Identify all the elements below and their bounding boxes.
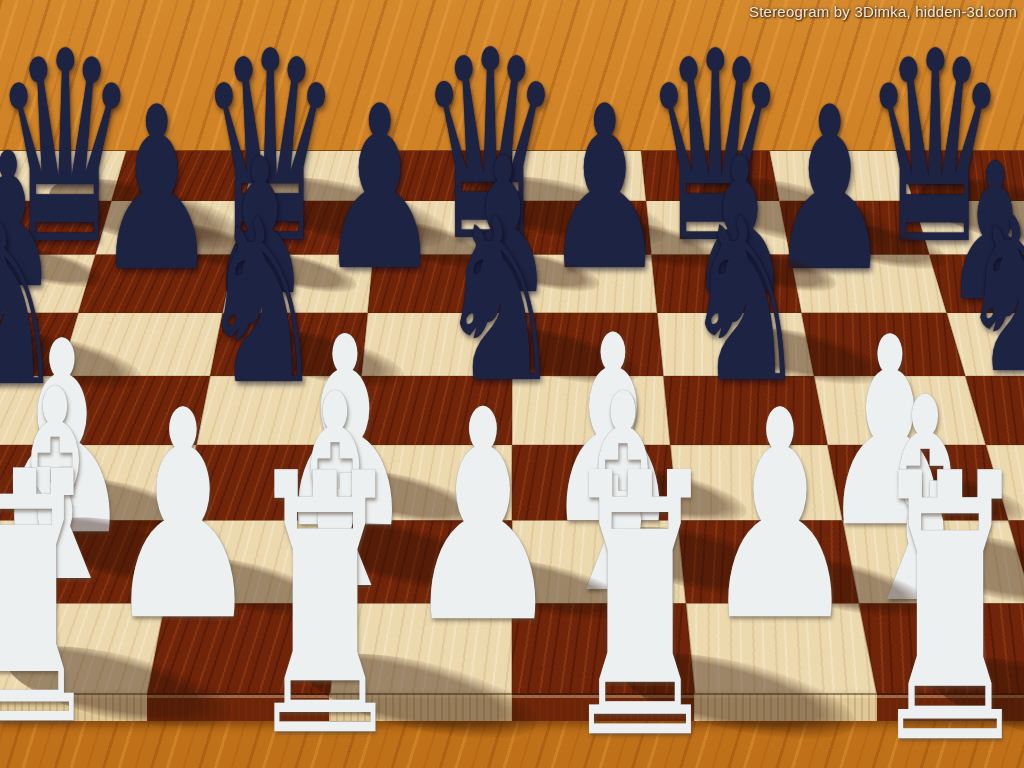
- piece-white-rook[interactable]: ♜: [559, 427, 721, 768]
- piece-white-pawn[interactable]: ♟: [703, 373, 858, 660]
- piece-white-rook[interactable]: ♜: [867, 427, 1024, 768]
- piece-white-pawn[interactable]: ♟: [405, 373, 561, 664]
- piece-white-rook[interactable]: ♜: [0, 428, 103, 768]
- credit-watermark: Stereogram by 3Dimka, hidden-3d.com: [749, 3, 1017, 20]
- piece-white-rook[interactable]: ♜: [245, 428, 406, 768]
- pieces-layer: ♛♛♛♛♛♟♟♟♟♟♟♟♟♟♞♞♞♞♞♟♟♟♟♝♝♝♝♟♟♟♜♜♜♜: [0, 0, 1024, 768]
- stereogram-chess-scene: ♛♛♛♛♛♟♟♟♟♟♟♟♟♟♞♞♞♞♞♟♟♟♟♝♝♝♝♟♟♟♜♜♜♜ Stere…: [0, 0, 1024, 768]
- piece-white-pawn[interactable]: ♟: [106, 373, 261, 660]
